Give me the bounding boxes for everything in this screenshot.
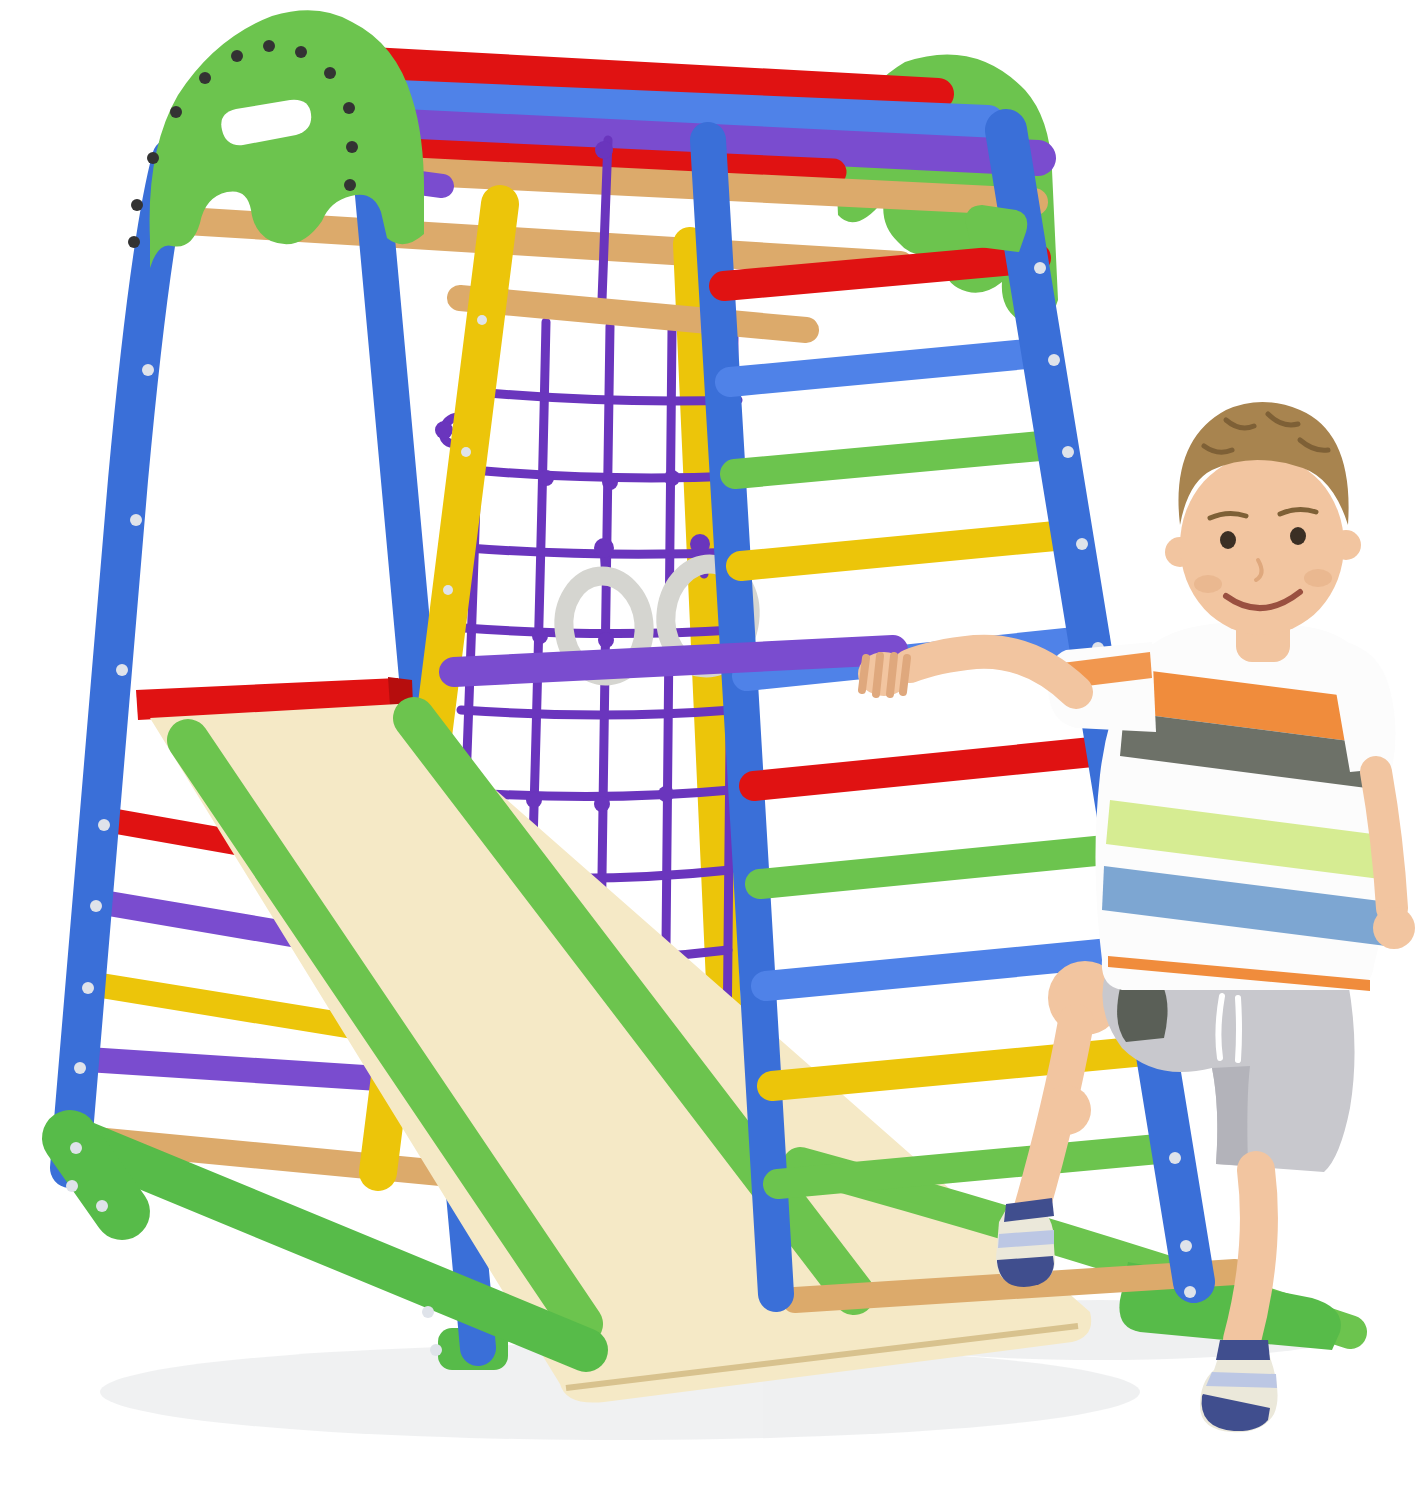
- bolt: [343, 102, 355, 114]
- left-forearm: [910, 652, 1076, 692]
- shorts-patch: [1117, 984, 1167, 1042]
- product-photo-stage: Smiling toddler boy standing beside a co…: [0, 0, 1418, 1500]
- bolt: [430, 1344, 442, 1356]
- boy-head: [1165, 402, 1361, 662]
- bolt: [324, 67, 336, 79]
- bolt: [461, 447, 471, 457]
- bolt: [98, 819, 110, 831]
- bolt: [90, 900, 102, 912]
- net-top-wood-bar: [460, 298, 806, 330]
- eye-left: [1220, 531, 1236, 549]
- bolt: [142, 364, 154, 376]
- bolt: [147, 152, 159, 164]
- bolt: [66, 1180, 78, 1192]
- cheek-right: [1304, 569, 1332, 587]
- rung-blue-1: [730, 352, 1048, 382]
- net-hanger-rope: [602, 140, 608, 300]
- sock-cuff: [1216, 1340, 1270, 1360]
- bolt: [74, 1062, 86, 1074]
- net-horizontal: [461, 710, 732, 715]
- bolt: [344, 179, 356, 191]
- bolt: [1076, 538, 1088, 550]
- sock-stripe: [1206, 1372, 1277, 1388]
- bolt: [231, 50, 243, 62]
- boy-shorts-shade: [1212, 1066, 1250, 1166]
- finger: [903, 658, 907, 692]
- bolt: [82, 982, 94, 994]
- right-ladder-green-cap: [966, 205, 1027, 252]
- bolt: [70, 1142, 82, 1154]
- bolt: [96, 1200, 108, 1212]
- bolt: [130, 514, 142, 526]
- bolt: [131, 199, 143, 211]
- net-knot: [532, 628, 548, 644]
- bolt: [1169, 1152, 1181, 1164]
- bolt: [295, 46, 307, 58]
- net-knot: [658, 786, 674, 802]
- bolt: [1184, 1286, 1196, 1298]
- drawstring: [1218, 996, 1222, 1058]
- drawstring: [1238, 998, 1239, 1060]
- bolt: [263, 40, 275, 52]
- rung-yellow-1: [741, 534, 1076, 566]
- bolt: [199, 72, 211, 84]
- finger: [876, 656, 880, 694]
- boy-left-arm: [858, 642, 1156, 732]
- net-knot: [595, 141, 613, 159]
- net-knot: [594, 796, 610, 812]
- finger: [862, 658, 866, 690]
- net-horizontal: [464, 628, 734, 634]
- net-knot: [538, 470, 554, 486]
- net-knot: [594, 538, 614, 558]
- bolt: [422, 1306, 434, 1318]
- eye-right: [1290, 527, 1306, 545]
- rung-green-2: [760, 848, 1126, 884]
- net-knot: [664, 470, 680, 486]
- cheek-left: [1194, 575, 1222, 593]
- left-frame-front-leg: [70, 158, 172, 1168]
- bolt: [1062, 446, 1074, 458]
- bolt: [1180, 1240, 1192, 1252]
- net-knot: [435, 421, 453, 439]
- playground-illustration: Smiling toddler boy standing beside a co…: [0, 0, 1418, 1500]
- finger: [890, 656, 894, 694]
- boy-right-calf: [1242, 1170, 1259, 1340]
- net-knot: [690, 534, 710, 554]
- net-knot: [598, 632, 614, 648]
- rung-green-1: [735, 444, 1062, 474]
- rung-red-2: [754, 750, 1112, 786]
- bolt: [1034, 262, 1046, 274]
- right-hand: [1373, 907, 1415, 949]
- bolt: [477, 315, 487, 325]
- rung-yellow-2: [772, 1050, 1155, 1086]
- net-knot: [526, 792, 542, 808]
- boy-left-calf: [1041, 1085, 1091, 1135]
- bolt: [346, 141, 358, 153]
- bolt: [170, 106, 182, 118]
- bolt: [128, 236, 140, 248]
- bolt: [443, 585, 453, 595]
- bolt: [1048, 354, 1060, 366]
- net-knot: [602, 474, 618, 490]
- bolt: [116, 664, 128, 676]
- right-forearm: [1376, 772, 1392, 908]
